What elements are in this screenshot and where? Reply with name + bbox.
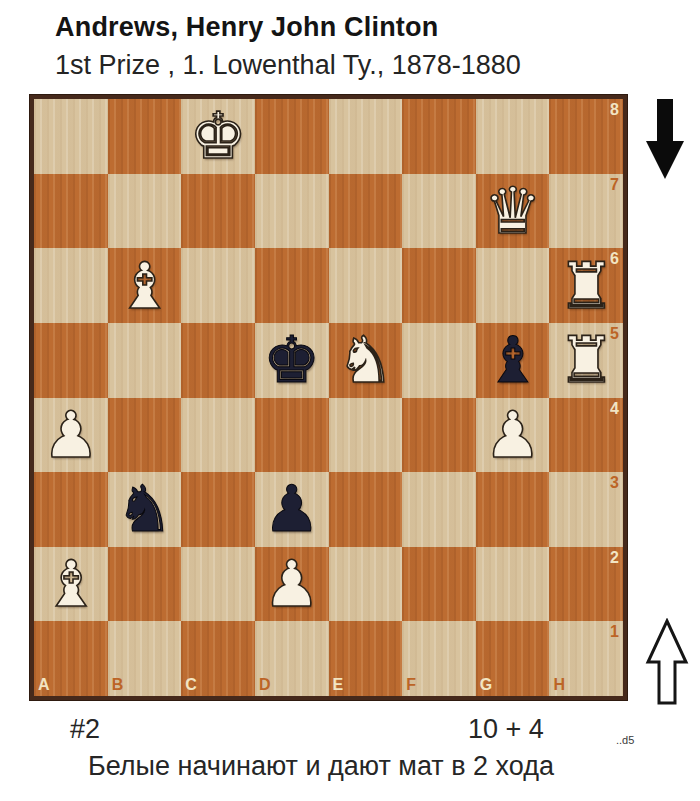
composer-title: Andrews, Henry John Clinton [55, 12, 438, 43]
caption-russian: Белые начинают и дают мат в 2 хода [88, 751, 554, 782]
square-a3[interactable] [34, 472, 108, 547]
square-g6[interactable] [476, 248, 550, 323]
square-d8[interactable] [255, 99, 329, 174]
square-d2[interactable]: ♟︎ [255, 547, 329, 622]
file-label-a: A [38, 677, 50, 693]
square-h3[interactable]: 3 [549, 472, 623, 547]
file-label-e: E [333, 677, 344, 693]
square-e1[interactable]: E [329, 621, 403, 696]
square-g3[interactable] [476, 472, 550, 547]
black-king[interactable]: ♚︎ [263, 328, 320, 392]
rank-label-1: 1 [610, 624, 619, 640]
square-b2[interactable] [108, 547, 182, 622]
square-e4[interactable] [329, 398, 403, 473]
file-label-h: H [553, 677, 565, 693]
square-h7[interactable]: 7 [549, 174, 623, 249]
square-a6[interactable] [34, 248, 108, 323]
square-e5[interactable]: ♞︎ [329, 323, 403, 398]
square-d3[interactable]: ♟︎ [255, 472, 329, 547]
square-f3[interactable] [402, 472, 476, 547]
rank-label-8: 8 [610, 102, 619, 118]
square-d6[interactable] [255, 248, 329, 323]
square-c2[interactable] [181, 547, 255, 622]
square-e8[interactable] [329, 99, 403, 174]
square-d5[interactable]: ♚︎ [255, 323, 329, 398]
square-b3[interactable]: ♞︎ [108, 472, 182, 547]
square-c8[interactable]: ♚︎ [181, 99, 255, 174]
black-knight[interactable]: ♞︎ [116, 477, 173, 541]
square-b5[interactable] [108, 323, 182, 398]
white-pawn[interactable]: ♟︎ [263, 552, 320, 616]
square-f6[interactable] [402, 248, 476, 323]
square-e7[interactable] [329, 174, 403, 249]
square-g8[interactable] [476, 99, 550, 174]
square-h1[interactable]: H1 [549, 621, 623, 696]
rank-label-4: 4 [610, 401, 619, 417]
chess-board[interactable]: ♚︎8♛︎7♝︎6♜︎♚︎♞︎♝︎5♜︎♟︎♟︎4♞︎♟︎3♝︎♟︎2ABCDE… [30, 95, 627, 700]
white-queen[interactable]: ♛︎ [484, 179, 541, 243]
square-g2[interactable] [476, 547, 550, 622]
square-b8[interactable] [108, 99, 182, 174]
square-h4[interactable]: 4 [549, 398, 623, 473]
square-a4[interactable]: ♟︎ [34, 398, 108, 473]
square-c5[interactable] [181, 323, 255, 398]
square-c1[interactable]: C [181, 621, 255, 696]
square-f2[interactable] [402, 547, 476, 622]
square-h6[interactable]: 6♜︎ [549, 248, 623, 323]
square-a2[interactable]: ♝︎ [34, 547, 108, 622]
file-label-b: B [112, 677, 124, 693]
white-rook[interactable]: ♜︎ [558, 254, 615, 318]
white-bishop[interactable]: ♝︎ [116, 254, 173, 318]
square-a7[interactable] [34, 174, 108, 249]
square-c7[interactable] [181, 174, 255, 249]
white-pawn[interactable]: ♟︎ [484, 403, 541, 467]
move-hint-label: ..d5 [616, 734, 634, 746]
black-bishop[interactable]: ♝︎ [484, 328, 541, 392]
square-a8[interactable] [34, 99, 108, 174]
square-d4[interactable] [255, 398, 329, 473]
file-label-g: G [480, 677, 492, 693]
material-count-label: 10 + 4 [468, 714, 544, 745]
square-a5[interactable] [34, 323, 108, 398]
square-f8[interactable] [402, 99, 476, 174]
square-b7[interactable] [108, 174, 182, 249]
rank-label-3: 3 [610, 475, 619, 491]
square-c3[interactable] [181, 472, 255, 547]
white-bishop[interactable]: ♝︎ [42, 552, 99, 616]
square-d1[interactable]: D [255, 621, 329, 696]
square-h5[interactable]: 5♜︎ [549, 323, 623, 398]
source-subtitle: 1st Prize , 1. Lowenthal Ty., 1878-1880 [55, 50, 521, 81]
square-e3[interactable] [329, 472, 403, 547]
white-king[interactable]: ♚︎ [189, 104, 246, 168]
file-label-c: C [185, 677, 197, 693]
board-grid[interactable]: ♚︎8♛︎7♝︎6♜︎♚︎♞︎♝︎5♜︎♟︎♟︎4♞︎♟︎3♝︎♟︎2ABCDE… [34, 99, 623, 696]
square-h2[interactable]: 2 [549, 547, 623, 622]
square-f1[interactable]: F [402, 621, 476, 696]
square-f4[interactable] [402, 398, 476, 473]
file-label-f: F [406, 677, 416, 693]
rank-label-2: 2 [610, 550, 619, 566]
square-g4[interactable]: ♟︎ [476, 398, 550, 473]
square-d7[interactable] [255, 174, 329, 249]
square-c6[interactable] [181, 248, 255, 323]
stipulation-label: #2 [70, 714, 100, 745]
square-g7[interactable]: ♛︎ [476, 174, 550, 249]
white-up-arrow-icon [645, 618, 689, 706]
square-b4[interactable] [108, 398, 182, 473]
file-label-d: D [259, 677, 271, 693]
square-f5[interactable] [402, 323, 476, 398]
square-h8[interactable]: 8 [549, 99, 623, 174]
rank-label-7: 7 [610, 177, 619, 193]
white-pawn[interactable]: ♟︎ [42, 403, 99, 467]
white-knight[interactable]: ♞︎ [337, 328, 394, 392]
square-g1[interactable]: G [476, 621, 550, 696]
square-f7[interactable] [402, 174, 476, 249]
square-c4[interactable] [181, 398, 255, 473]
square-g5[interactable]: ♝︎ [476, 323, 550, 398]
square-e2[interactable] [329, 547, 403, 622]
black-down-arrow-icon [646, 99, 684, 179]
white-rook[interactable]: ♜︎ [558, 328, 615, 392]
square-a1[interactable]: A [34, 621, 108, 696]
square-b1[interactable]: B [108, 621, 182, 696]
square-b6[interactable]: ♝︎ [108, 248, 182, 323]
black-pawn[interactable]: ♟︎ [263, 477, 320, 541]
square-e6[interactable] [329, 248, 403, 323]
